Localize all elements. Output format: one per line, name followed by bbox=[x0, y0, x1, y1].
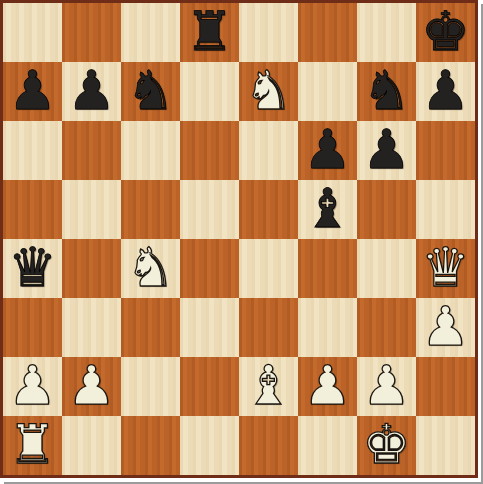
square-c1[interactable] bbox=[121, 416, 180, 475]
piece-white-king: ♚ bbox=[362, 416, 410, 474]
square-f1[interactable] bbox=[298, 416, 357, 475]
square-g5[interactable] bbox=[357, 180, 416, 239]
piece-black-pawn: ♟ bbox=[362, 121, 410, 179]
piece-white-bishop: ♝ bbox=[244, 357, 292, 415]
piece-white-pawn: ♟ bbox=[303, 357, 351, 415]
piece-white-queen: ♛ bbox=[421, 239, 469, 297]
square-a7[interactable]: ♟ bbox=[3, 62, 62, 121]
square-e4[interactable] bbox=[239, 239, 298, 298]
piece-white-pawn: ♟ bbox=[421, 298, 469, 356]
square-d1[interactable] bbox=[180, 416, 239, 475]
piece-black-pawn: ♟ bbox=[67, 62, 115, 120]
piece-white-pawn: ♟ bbox=[8, 357, 56, 415]
piece-white-knight: ♞ bbox=[126, 239, 174, 297]
square-f6[interactable]: ♟ bbox=[298, 121, 357, 180]
square-b6[interactable] bbox=[62, 121, 121, 180]
square-f2[interactable]: ♟ bbox=[298, 357, 357, 416]
square-f4[interactable] bbox=[298, 239, 357, 298]
square-h4[interactable]: ♛ bbox=[416, 239, 475, 298]
chess-board: ♜♚♟♟♞♞♞♟♟♟♝♛♞♛♟♟♟♝♟♟♜♚ bbox=[0, 0, 478, 478]
square-f5[interactable]: ♝ bbox=[298, 180, 357, 239]
square-b2[interactable]: ♟ bbox=[62, 357, 121, 416]
square-h5[interactable] bbox=[416, 180, 475, 239]
square-g2[interactable]: ♟ bbox=[357, 357, 416, 416]
square-c4[interactable]: ♞ bbox=[121, 239, 180, 298]
square-c2[interactable] bbox=[121, 357, 180, 416]
square-c8[interactable] bbox=[121, 3, 180, 62]
square-e5[interactable] bbox=[239, 180, 298, 239]
piece-white-rook: ♜ bbox=[8, 416, 56, 474]
square-a4[interactable]: ♛ bbox=[3, 239, 62, 298]
square-e6[interactable] bbox=[239, 121, 298, 180]
square-f3[interactable] bbox=[298, 298, 357, 357]
piece-white-knight: ♞ bbox=[244, 62, 292, 120]
square-g7[interactable]: ♞ bbox=[357, 62, 416, 121]
square-d4[interactable] bbox=[180, 239, 239, 298]
square-g1[interactable]: ♚ bbox=[357, 416, 416, 475]
square-g3[interactable] bbox=[357, 298, 416, 357]
board-image-frame: ♜♚♟♟♞♞♞♟♟♟♝♛♞♛♟♟♟♝♟♟♜♚ bbox=[0, 0, 483, 484]
square-b1[interactable] bbox=[62, 416, 121, 475]
piece-black-pawn: ♟ bbox=[303, 121, 351, 179]
piece-black-pawn: ♟ bbox=[8, 62, 56, 120]
square-d5[interactable] bbox=[180, 180, 239, 239]
square-g6[interactable]: ♟ bbox=[357, 121, 416, 180]
square-a3[interactable] bbox=[3, 298, 62, 357]
square-h2[interactable] bbox=[416, 357, 475, 416]
square-e8[interactable] bbox=[239, 3, 298, 62]
square-h3[interactable]: ♟ bbox=[416, 298, 475, 357]
square-e3[interactable] bbox=[239, 298, 298, 357]
square-c6[interactable] bbox=[121, 121, 180, 180]
piece-black-knight: ♞ bbox=[126, 62, 174, 120]
square-a8[interactable] bbox=[3, 3, 62, 62]
square-e7[interactable]: ♞ bbox=[239, 62, 298, 121]
square-h6[interactable] bbox=[416, 121, 475, 180]
square-e2[interactable]: ♝ bbox=[239, 357, 298, 416]
piece-black-rook: ♜ bbox=[185, 3, 233, 61]
square-d2[interactable] bbox=[180, 357, 239, 416]
square-c5[interactable] bbox=[121, 180, 180, 239]
square-b3[interactable] bbox=[62, 298, 121, 357]
piece-white-pawn: ♟ bbox=[67, 357, 115, 415]
square-d8[interactable]: ♜ bbox=[180, 3, 239, 62]
square-e1[interactable] bbox=[239, 416, 298, 475]
square-a2[interactable]: ♟ bbox=[3, 357, 62, 416]
square-a6[interactable] bbox=[3, 121, 62, 180]
square-b5[interactable] bbox=[62, 180, 121, 239]
square-h8[interactable]: ♚ bbox=[416, 3, 475, 62]
square-d3[interactable] bbox=[180, 298, 239, 357]
piece-black-pawn: ♟ bbox=[421, 62, 469, 120]
square-a1[interactable]: ♜ bbox=[3, 416, 62, 475]
square-f8[interactable] bbox=[298, 3, 357, 62]
piece-white-pawn: ♟ bbox=[362, 357, 410, 415]
square-g4[interactable] bbox=[357, 239, 416, 298]
square-g8[interactable] bbox=[357, 3, 416, 62]
square-c7[interactable]: ♞ bbox=[121, 62, 180, 121]
square-h7[interactable]: ♟ bbox=[416, 62, 475, 121]
square-d7[interactable] bbox=[180, 62, 239, 121]
square-h1[interactable] bbox=[416, 416, 475, 475]
square-f7[interactable] bbox=[298, 62, 357, 121]
piece-black-king: ♚ bbox=[421, 3, 469, 61]
square-b4[interactable] bbox=[62, 239, 121, 298]
square-a5[interactable] bbox=[3, 180, 62, 239]
square-b8[interactable] bbox=[62, 3, 121, 62]
piece-black-knight: ♞ bbox=[362, 62, 410, 120]
square-c3[interactable] bbox=[121, 298, 180, 357]
piece-black-bishop: ♝ bbox=[303, 180, 351, 238]
square-b7[interactable]: ♟ bbox=[62, 62, 121, 121]
square-d6[interactable] bbox=[180, 121, 239, 180]
piece-black-queen: ♛ bbox=[8, 239, 56, 297]
